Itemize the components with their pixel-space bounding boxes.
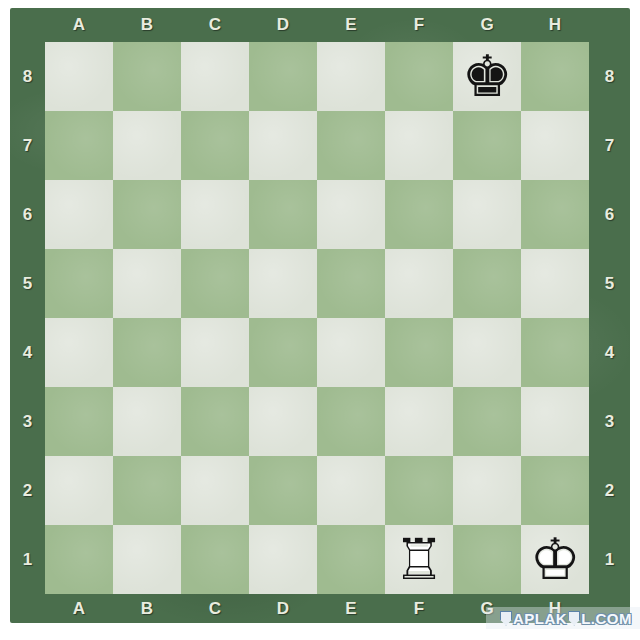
square-b8 [113, 42, 181, 111]
rank-right-8-label: 8 [589, 42, 630, 111]
rank-right-6-label: 6 [589, 180, 630, 249]
watermark: APLAKL.COM [486, 607, 640, 629]
file-top-d-label: D [249, 8, 317, 42]
white-king-piece: ♚♔ [521, 525, 589, 594]
square-g7 [453, 111, 521, 180]
square-e2 [317, 456, 385, 525]
square-c7 [181, 111, 249, 180]
square-d1 [249, 525, 317, 594]
square-e1 [317, 525, 385, 594]
square-b2 [113, 456, 181, 525]
rank-left-8-label: 8 [10, 42, 45, 111]
square-d3 [249, 387, 317, 456]
square-f8 [385, 42, 453, 111]
rank-left-7-label: 7 [10, 111, 45, 180]
square-a3 [45, 387, 113, 456]
file-top-f-label: F [385, 8, 453, 42]
square-d4 [249, 318, 317, 387]
square-c6 [181, 180, 249, 249]
ranks-right: 87654321 [589, 42, 630, 594]
board-grid: ♚♜♖♚♔ [45, 42, 589, 594]
square-a8 [45, 42, 113, 111]
square-b5 [113, 249, 181, 318]
square-f6 [385, 180, 453, 249]
square-a4 [45, 318, 113, 387]
rank-left-5-label: 5 [10, 249, 45, 318]
file-bottom-f-label: F [385, 594, 453, 623]
square-c2 [181, 456, 249, 525]
file-top-h-label: H [521, 8, 589, 42]
square-c4 [181, 318, 249, 387]
square-h2 [521, 456, 589, 525]
file-top-b-label: B [113, 8, 181, 42]
file-bottom-a-label: A [45, 594, 113, 623]
square-g4 [453, 318, 521, 387]
square-b4 [113, 318, 181, 387]
square-g2 [453, 456, 521, 525]
square-a1 [45, 525, 113, 594]
ranks-left: 87654321 [10, 42, 45, 594]
file-top-c-label: C [181, 8, 249, 42]
square-e8 [317, 42, 385, 111]
square-e7 [317, 111, 385, 180]
square-b1 [113, 525, 181, 594]
rank-right-3-label: 3 [589, 387, 630, 456]
rank-left-6-label: 6 [10, 180, 45, 249]
square-a7 [45, 111, 113, 180]
square-h7 [521, 111, 589, 180]
file-bottom-c-label: C [181, 594, 249, 623]
square-g8: ♚ [453, 42, 521, 111]
square-d5 [249, 249, 317, 318]
rank-right-2-label: 2 [589, 456, 630, 525]
rank-right-7-label: 7 [589, 111, 630, 180]
square-h4 [521, 318, 589, 387]
square-e5 [317, 249, 385, 318]
square-b3 [113, 387, 181, 456]
watermark-text-post: L.COM [581, 610, 632, 627]
square-g5 [453, 249, 521, 318]
square-a6 [45, 180, 113, 249]
white-rook-piece: ♜♖ [385, 525, 453, 594]
file-top-e-label: E [317, 8, 385, 42]
shield-icon [568, 611, 580, 626]
square-c1 [181, 525, 249, 594]
file-bottom-d-label: D [249, 594, 317, 623]
page: ABCDEFGH ABCDEFGH 87654321 87654321 ♚♜♖♚… [0, 0, 640, 640]
file-top-g-label: G [453, 8, 521, 42]
square-d2 [249, 456, 317, 525]
rank-right-1-label: 1 [589, 525, 630, 594]
rank-left-4-label: 4 [10, 318, 45, 387]
square-e6 [317, 180, 385, 249]
rank-left-2-label: 2 [10, 456, 45, 525]
square-g1 [453, 525, 521, 594]
square-a5 [45, 249, 113, 318]
square-h3 [521, 387, 589, 456]
file-bottom-e-label: E [317, 594, 385, 623]
square-d8 [249, 42, 317, 111]
square-h6 [521, 180, 589, 249]
square-f1: ♜♖ [385, 525, 453, 594]
square-g3 [453, 387, 521, 456]
square-b7 [113, 111, 181, 180]
square-c3 [181, 387, 249, 456]
square-f3 [385, 387, 453, 456]
rank-left-3-label: 3 [10, 387, 45, 456]
square-f5 [385, 249, 453, 318]
rank-right-4-label: 4 [589, 318, 630, 387]
watermark-text-pre: APLAK [513, 610, 567, 627]
black-king-piece: ♚ [453, 42, 521, 111]
square-h5 [521, 249, 589, 318]
square-f7 [385, 111, 453, 180]
square-d6 [249, 180, 317, 249]
board-frame: ABCDEFGH ABCDEFGH 87654321 87654321 ♚♜♖♚… [10, 8, 630, 623]
square-a2 [45, 456, 113, 525]
square-f2 [385, 456, 453, 525]
square-e4 [317, 318, 385, 387]
square-h8 [521, 42, 589, 111]
square-b6 [113, 180, 181, 249]
square-c8 [181, 42, 249, 111]
shield-icon [500, 611, 512, 626]
square-f4 [385, 318, 453, 387]
square-d7 [249, 111, 317, 180]
files-top: ABCDEFGH [45, 8, 589, 42]
square-h1: ♚♔ [521, 525, 589, 594]
rank-right-5-label: 5 [589, 249, 630, 318]
square-c5 [181, 249, 249, 318]
square-e3 [317, 387, 385, 456]
square-g6 [453, 180, 521, 249]
rank-left-1-label: 1 [10, 525, 45, 594]
file-bottom-b-label: B [113, 594, 181, 623]
file-top-a-label: A [45, 8, 113, 42]
